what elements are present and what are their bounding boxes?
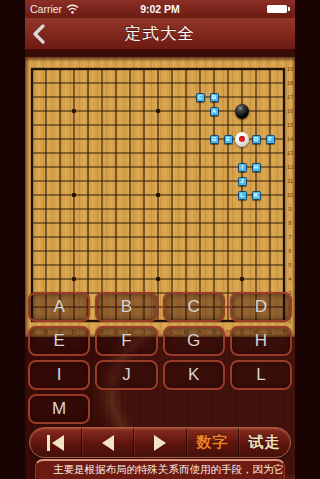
black-stone-cell — [235, 104, 249, 118]
triangle-right-icon — [154, 435, 166, 451]
skip-to-start-icon — [47, 435, 50, 451]
caption-text: 主要是根据布局的特殊关系而使用的手段，因为它作为... — [53, 463, 285, 475]
board-intersections[interactable]: ABCDEFGHIJKL — [25, 62, 291, 328]
board-label-c-cell[interactable]: C — [193, 90, 207, 104]
board-label-l[interactable]: L — [238, 191, 247, 200]
star-point — [151, 272, 165, 286]
board-label-l-cell[interactable]: L — [235, 188, 249, 202]
board-label-k[interactable]: K — [252, 191, 261, 200]
board-label-f-cell[interactable]: F — [263, 132, 277, 146]
board-label-f[interactable]: F — [266, 135, 275, 144]
battery-icon — [267, 5, 290, 13]
caption-panel: 主要是根据布局的特殊关系而使用的手段，因为它作为... — [35, 459, 285, 479]
choice-button-g[interactable]: G — [163, 326, 225, 356]
board-label-h-cell[interactable]: H — [249, 160, 263, 174]
board-label-i-cell[interactable]: I — [235, 160, 249, 174]
star-point-dot — [72, 109, 76, 113]
next-move-button[interactable] — [133, 428, 185, 457]
nav-bar: 定式大全 — [25, 18, 295, 50]
choice-button-i[interactable]: I — [28, 360, 90, 390]
choice-button-d[interactable]: D — [230, 292, 292, 322]
app-screen: Carrier 9:02 PM 定式大全 ABCDEFGHIJKL 191817… — [25, 0, 295, 479]
page-title: 定式大全 — [125, 23, 195, 45]
choice-button-j[interactable]: J — [95, 360, 157, 390]
last-move-marker — [239, 136, 245, 142]
choice-button-k[interactable]: K — [163, 360, 225, 390]
star-point-dot — [156, 109, 160, 113]
wifi-icon — [66, 4, 79, 14]
white-stone — [235, 132, 249, 147]
numbers-toggle-button[interactable]: 数字 — [186, 428, 238, 457]
board-label-d-cell[interactable]: D — [249, 132, 263, 146]
star-point — [67, 188, 81, 202]
board-label-a-cell[interactable]: A — [207, 104, 221, 118]
star-point-dot — [240, 277, 244, 281]
board-label-d[interactable]: D — [252, 135, 261, 144]
board-label-g[interactable]: G — [210, 135, 219, 144]
choice-button-e[interactable]: E — [28, 326, 90, 356]
board-label-b[interactable]: B — [210, 93, 219, 102]
board-label-g-cell[interactable]: G — [207, 132, 221, 146]
star-point — [235, 272, 249, 286]
board-label-a[interactable]: A — [210, 107, 219, 116]
choice-button-a[interactable]: A — [28, 292, 90, 322]
star-point — [67, 272, 81, 286]
star-point — [67, 104, 81, 118]
star-point-dot — [72, 193, 76, 197]
triangle-left-icon — [102, 435, 114, 451]
star-point — [151, 104, 165, 118]
numbers-label: 数字 — [196, 433, 228, 452]
board-label-e[interactable]: E — [224, 135, 233, 144]
white-stone-cell — [235, 132, 249, 146]
trial-move-label: 试走 — [248, 433, 280, 452]
battery-body — [267, 5, 287, 13]
board-label-k-cell[interactable]: K — [249, 188, 263, 202]
star-point-dot — [72, 277, 76, 281]
first-move-button[interactable] — [30, 428, 81, 457]
board-label-c[interactable]: C — [196, 93, 205, 102]
choice-button-h[interactable]: H — [230, 326, 292, 356]
board-label-j-cell[interactable]: J — [235, 174, 249, 188]
status-bar: Carrier 9:02 PM — [25, 0, 295, 18]
move-choice-buttons: ABCDEFGHIJKLM — [27, 292, 293, 424]
board-label-i[interactable]: I — [238, 163, 247, 172]
board-label-b-cell[interactable]: B — [207, 90, 221, 104]
board-label-j[interactable]: J — [238, 177, 247, 186]
board-label-h[interactable]: H — [252, 163, 261, 172]
back-button[interactable] — [32, 24, 46, 44]
star-point — [151, 188, 165, 202]
carrier-label: Carrier — [30, 3, 62, 15]
choice-button-c[interactable]: C — [163, 292, 225, 322]
star-point-dot — [156, 193, 160, 197]
trial-move-button[interactable]: 试走 — [238, 428, 290, 457]
star-point-dot — [156, 277, 160, 281]
prev-move-button[interactable] — [81, 428, 133, 457]
choice-button-b[interactable]: B — [95, 292, 157, 322]
playback-toolbar: 数字 试走 — [29, 427, 291, 458]
choice-button-f[interactable]: F — [95, 326, 157, 356]
black-stone — [235, 104, 249, 119]
board-label-e-cell[interactable]: E — [221, 132, 235, 146]
battery-tip — [288, 7, 290, 11]
choice-button-l[interactable]: L — [230, 360, 292, 390]
choice-button-m[interactable]: M — [28, 394, 90, 424]
